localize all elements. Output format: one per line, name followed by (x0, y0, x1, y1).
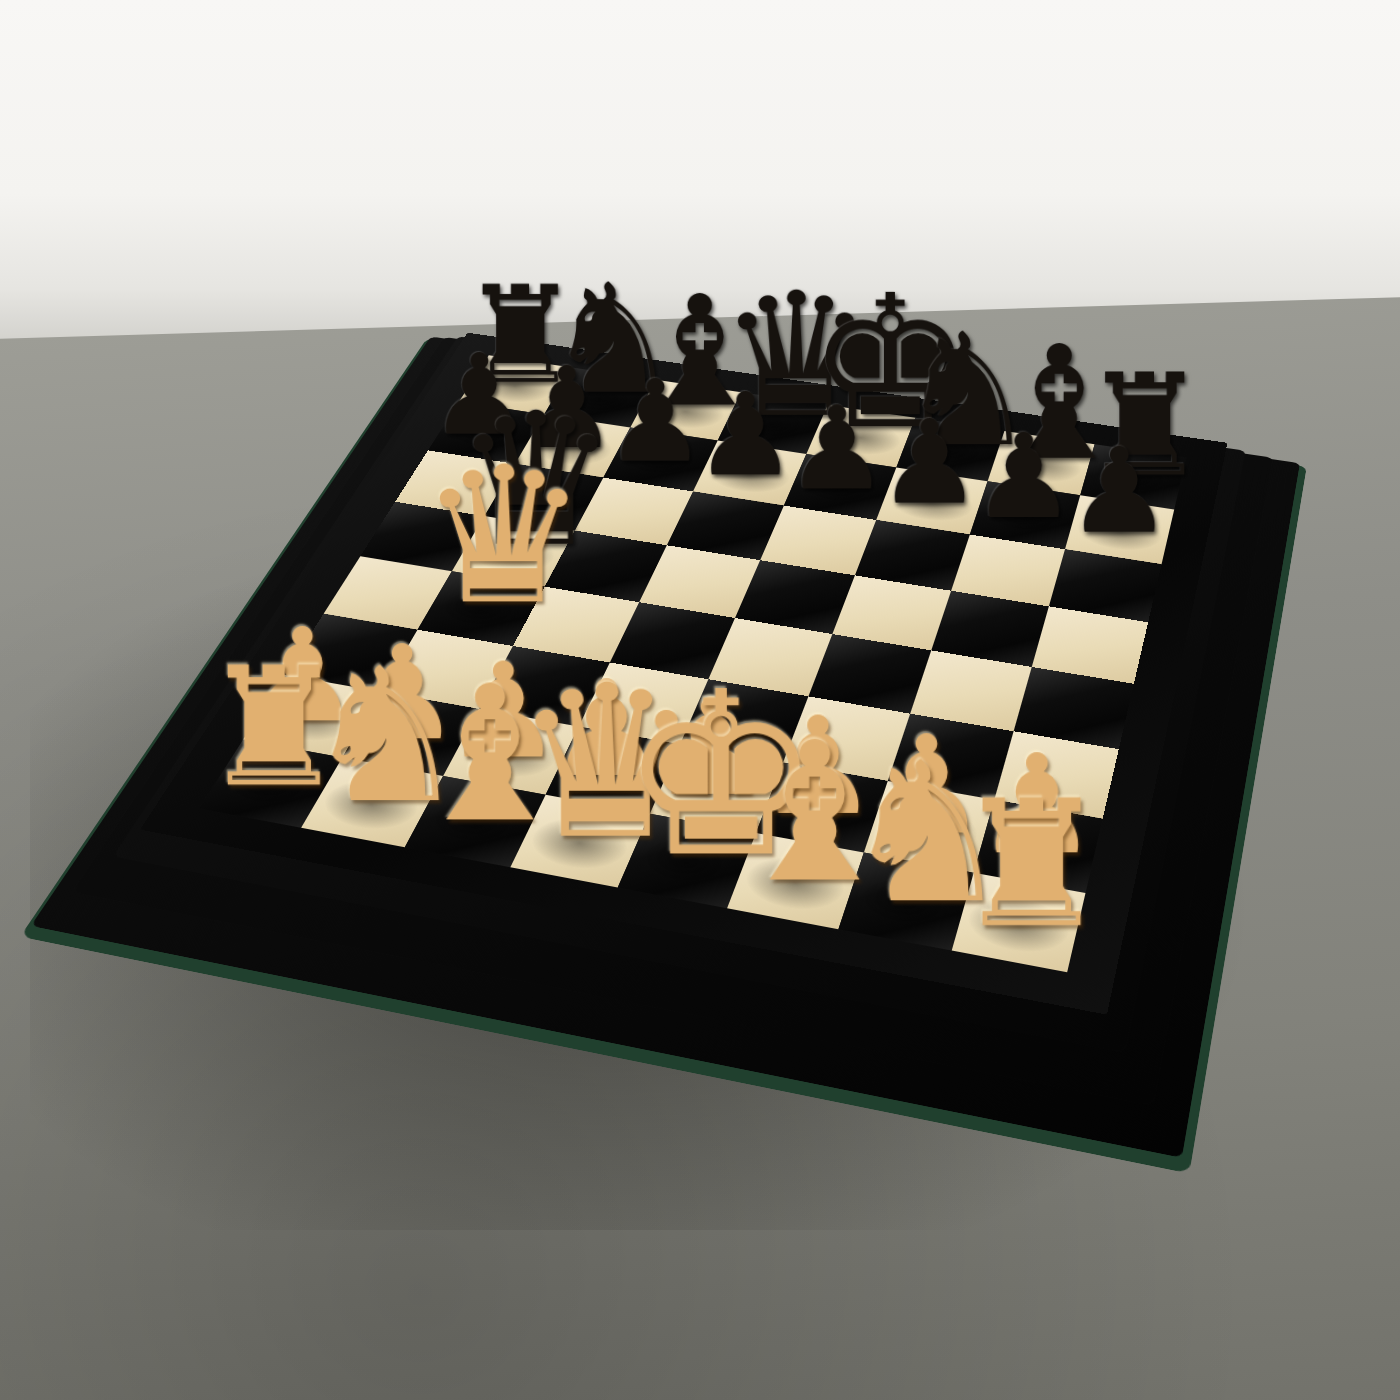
board-frame: ♜♞♝♛♚♞♝♜♟♟♟♟♟♟♟♟♛♛♟♟♟♟♟♟♟♟♜♞♝♛♚♝♞♜ (140, 333, 1227, 1015)
white-rook-a1[interactable]: ♜ (200, 645, 309, 809)
square-h7[interactable]: ♟ (1065, 495, 1174, 564)
white-queen-b4[interactable]: ♛ (419, 441, 520, 630)
board-scene: ♜♞♝♛♚♞♝♜♟♟♟♟♟♟♟♟♛♛♟♟♟♟♟♟♟♟♜♞♝♛♚♝♞♜ (0, 0, 1400, 1400)
white-bishop-f1[interactable]: ♝ (729, 717, 843, 909)
white-knight-b1[interactable]: ♞ (302, 643, 412, 828)
black-pawn-d7[interactable]: ♟ (694, 378, 788, 492)
white-knight-g1[interactable]: ♞ (840, 736, 955, 930)
black-pawn-h7[interactable]: ♟ (1066, 432, 1163, 550)
square-g5[interactable] (931, 591, 1049, 667)
square-h1[interactable]: ♜ (952, 873, 1086, 973)
photo-stage: ♜♞♝♛♚♞♝♜♟♟♟♟♟♟♟♟♛♛♟♟♟♟♟♟♟♟♜♞♝♛♚♝♞♜ (0, 0, 1400, 1400)
black-pawn-e7[interactable]: ♟ (785, 391, 880, 506)
white-queen-d1[interactable]: ♛ (512, 657, 624, 868)
black-pawn-g7[interactable]: ♟ (971, 418, 1067, 535)
black-pawn-f7[interactable]: ♟ (878, 405, 973, 521)
white-bishop-c1[interactable]: ♝ (406, 661, 517, 848)
black-pawn-c7[interactable]: ♟ (605, 365, 698, 479)
white-rook-h1[interactable]: ♜ (953, 777, 1069, 952)
white-king-e1[interactable]: ♚ (619, 662, 732, 889)
